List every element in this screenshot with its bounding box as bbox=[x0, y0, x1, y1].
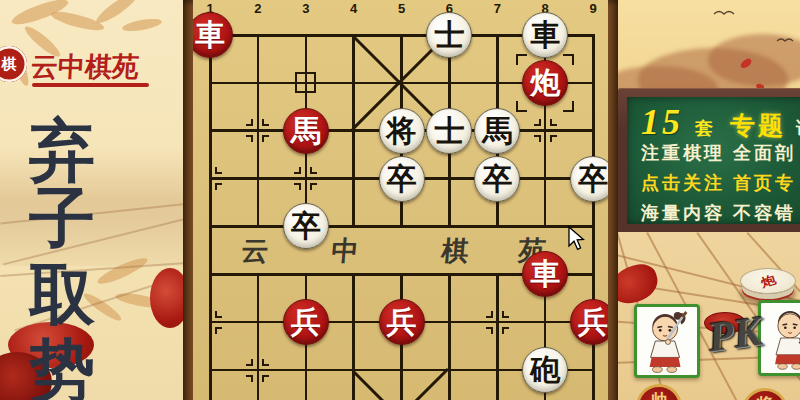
point-marker-corner bbox=[550, 119, 557, 126]
title-character: 弃 bbox=[24, 116, 100, 186]
cartoon-player-right bbox=[758, 300, 800, 376]
right-promo-panel: 15套专题讲注重棋理 全面剖点击关注 首页专海量内容 不容错 炮 bbox=[618, 0, 800, 400]
black-piece-卒[interactable]: 卒 bbox=[570, 156, 608, 202]
point-marker-corner bbox=[246, 135, 253, 142]
bamboo-leaf bbox=[121, 17, 162, 34]
point-marker-corner bbox=[502, 327, 509, 334]
column-label: 3 bbox=[297, 1, 315, 16]
red-piece-馬[interactable]: 馬 bbox=[283, 108, 329, 154]
board-vline bbox=[592, 34, 595, 400]
right-panel-sky bbox=[618, 0, 800, 92]
pk-versus-text: PK bbox=[705, 306, 765, 361]
red-piece-車[interactable]: 車 bbox=[522, 251, 568, 297]
point-marker-corner bbox=[246, 359, 253, 366]
chalkboard-text-line: 海量内容 不容错 bbox=[641, 201, 796, 224]
red-piece-blob bbox=[150, 268, 183, 328]
logo-underline bbox=[32, 83, 149, 87]
black-piece-卒[interactable]: 卒 bbox=[474, 156, 520, 202]
chalkboard-text-segment: 套 bbox=[695, 116, 716, 140]
decor-general-piece-black: 将 bbox=[742, 388, 788, 400]
point-marker-corner bbox=[486, 327, 493, 334]
screenshot-root: 棋 云中棋苑 弃子取势 123456789云中棋苑車士車炮馬将士馬卒卒卒卒車兵兵… bbox=[0, 0, 800, 400]
red-piece-兵[interactable]: 兵 bbox=[379, 299, 425, 345]
board-vline bbox=[209, 34, 212, 400]
title-character: 势 bbox=[24, 336, 100, 400]
point-marker-corner bbox=[262, 375, 269, 382]
chalkboard-surface: 15套专题讲注重棋理 全面剖点击关注 首页专海量内容 不容错 bbox=[627, 97, 800, 224]
column-label: 9 bbox=[584, 1, 602, 16]
red-piece-兵[interactable]: 兵 bbox=[570, 299, 608, 345]
point-marker-corner bbox=[246, 375, 253, 382]
cartoon-kid-illustration bbox=[762, 304, 800, 372]
chalkboard-text-segment: 海量内容 不容错 bbox=[641, 201, 796, 224]
bird-icon bbox=[776, 36, 794, 43]
seal-character: 棋 bbox=[2, 55, 17, 74]
black-piece-将[interactable]: 将 bbox=[379, 108, 425, 154]
pk-artwork-area: 炮 bbox=[618, 232, 800, 400]
black-piece-砲[interactable]: 砲 bbox=[522, 347, 568, 393]
point-marker-corner bbox=[215, 183, 222, 190]
point-marker-corner bbox=[502, 311, 509, 318]
point-marker-corner bbox=[262, 119, 269, 126]
mouse-cursor bbox=[568, 226, 586, 252]
channel-name: 云中棋苑 bbox=[30, 49, 182, 85]
board-vline bbox=[257, 273, 260, 400]
cartoon-player-left bbox=[634, 304, 700, 378]
point-marker-corner bbox=[486, 311, 493, 318]
chalkboard-text-line: 注重棋理 全面剖 bbox=[641, 141, 796, 165]
black-piece-車[interactable]: 車 bbox=[522, 12, 568, 58]
point-marker-corner bbox=[246, 119, 253, 126]
xiangqi-board[interactable]: 123456789云中棋苑車士車炮馬将士馬卒卒卒卒車兵兵兵砲 bbox=[193, 0, 608, 400]
river-watermark-character: 棋 bbox=[437, 233, 472, 269]
point-marker-corner bbox=[534, 135, 541, 142]
river-watermark-character: 中 bbox=[327, 233, 362, 269]
red-piece-車[interactable]: 車 bbox=[193, 12, 233, 58]
black-piece-士[interactable]: 士 bbox=[426, 12, 472, 58]
decor-cannon-piece: 炮 bbox=[740, 268, 796, 294]
chalkboard-text-line: 点击关注 首页专 bbox=[641, 171, 796, 195]
chalkboard-text-segment: 讲 bbox=[796, 116, 800, 140]
black-piece-馬[interactable]: 馬 bbox=[474, 108, 520, 154]
point-marker-corner bbox=[215, 311, 222, 318]
chalkboard-text-segment: 专题 bbox=[730, 109, 786, 142]
decor-piece-character: 炮 bbox=[759, 271, 778, 290]
title-character: 取 bbox=[24, 260, 100, 330]
decor-general-piece-red: 帅 bbox=[636, 384, 682, 400]
black-piece-卒[interactable]: 卒 bbox=[283, 203, 329, 249]
column-label: 7 bbox=[488, 1, 506, 16]
board-vline bbox=[496, 273, 499, 400]
column-label: 5 bbox=[393, 1, 411, 16]
board-vline bbox=[448, 273, 451, 400]
petal-decoration bbox=[618, 260, 662, 307]
black-piece-士[interactable]: 士 bbox=[426, 108, 472, 154]
point-marker-corner bbox=[262, 135, 269, 142]
red-piece-兵[interactable]: 兵 bbox=[283, 299, 329, 345]
point-marker-corner bbox=[215, 327, 222, 334]
cartoon-kid-swordsman-illustration bbox=[638, 308, 696, 374]
promo-chalkboard: 15套专题讲注重棋理 全面剖点击关注 首页专海量内容 不容错 bbox=[618, 88, 800, 234]
xiangqi-board-frame: 123456789云中棋苑車士車炮馬将士馬卒卒卒卒車兵兵兵砲 bbox=[183, 0, 618, 400]
board-vline bbox=[257, 34, 260, 228]
bird-icon bbox=[713, 8, 735, 16]
point-marker-corner bbox=[294, 167, 301, 174]
chalkboard-text-segment: 注重棋理 全面剖 bbox=[641, 141, 796, 165]
point-marker-corner bbox=[294, 183, 301, 190]
point-marker-corner bbox=[215, 167, 222, 174]
column-label: 4 bbox=[345, 1, 363, 16]
left-branding-panel: 棋 云中棋苑 弃子取势 bbox=[0, 0, 183, 400]
column-label: 2 bbox=[249, 1, 267, 16]
chalkboard-text-segment: 点击关注 首页专 bbox=[641, 171, 796, 195]
chalkboard-text-segment: 15 bbox=[641, 101, 683, 143]
chalkboard-text-line: 15套专题讲 bbox=[641, 101, 800, 143]
last-move-origin-marker bbox=[295, 72, 316, 93]
point-marker-corner bbox=[262, 359, 269, 366]
black-piece-卒[interactable]: 卒 bbox=[379, 156, 425, 202]
point-marker-corner bbox=[310, 167, 317, 174]
board-vline bbox=[352, 273, 355, 400]
red-piece-炮[interactable]: 炮 bbox=[522, 60, 568, 106]
point-marker-corner bbox=[550, 135, 557, 142]
river-watermark-character: 云 bbox=[237, 233, 272, 269]
point-marker-corner bbox=[534, 119, 541, 126]
point-marker-corner bbox=[310, 183, 317, 190]
title-character: 子 bbox=[24, 184, 100, 254]
